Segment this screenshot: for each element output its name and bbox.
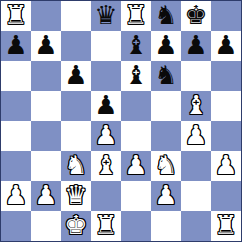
square-a2[interactable]: ♟ bbox=[1, 181, 31, 211]
square-b8[interactable] bbox=[31, 1, 61, 31]
white-rook-piece[interactable]: ♜ bbox=[4, 2, 27, 28]
square-a5[interactable] bbox=[1, 91, 31, 121]
square-b7[interactable]: ♟ bbox=[31, 31, 61, 61]
white-pawn-piece[interactable]: ♟ bbox=[94, 122, 117, 148]
white-bishop-piece[interactable]: ♝ bbox=[184, 92, 207, 118]
square-f5[interactable] bbox=[151, 91, 181, 121]
square-h8[interactable] bbox=[211, 1, 241, 31]
square-g7[interactable]: ♟ bbox=[181, 31, 211, 61]
square-g1[interactable] bbox=[181, 211, 211, 241]
white-pawn-piece[interactable]: ♟ bbox=[34, 182, 57, 208]
square-d6[interactable] bbox=[91, 61, 121, 91]
square-d3[interactable]: ♝ bbox=[91, 151, 121, 181]
square-d8[interactable]: ♛ bbox=[91, 1, 121, 31]
white-bishop-piece[interactable]: ♝ bbox=[94, 152, 117, 178]
square-c1[interactable]: ♚ bbox=[61, 211, 91, 241]
square-a1[interactable] bbox=[1, 211, 31, 241]
chess-board: ♜♛♜♞♚♟♟♝♟♟♟♟♝♞♟♝♟♟♞♝♟♞♟♟♟♛♟♚♜♜ bbox=[0, 0, 242, 242]
black-bishop-piece[interactable]: ♝ bbox=[124, 32, 147, 58]
square-c6[interactable]: ♟ bbox=[61, 61, 91, 91]
square-a8[interactable]: ♜ bbox=[1, 1, 31, 31]
square-c4[interactable] bbox=[61, 121, 91, 151]
square-b5[interactable] bbox=[31, 91, 61, 121]
black-pawn-piece[interactable]: ♟ bbox=[34, 32, 57, 58]
square-f1[interactable] bbox=[151, 211, 181, 241]
black-knight-piece[interactable]: ♞ bbox=[154, 62, 177, 88]
square-g2[interactable] bbox=[181, 181, 211, 211]
square-f7[interactable]: ♟ bbox=[151, 31, 181, 61]
white-pawn-piece[interactable]: ♟ bbox=[214, 152, 237, 178]
black-pawn-piece[interactable]: ♟ bbox=[184, 32, 207, 58]
square-g4[interactable]: ♟ bbox=[181, 121, 211, 151]
square-d5[interactable]: ♟ bbox=[91, 91, 121, 121]
square-g8[interactable]: ♚ bbox=[181, 1, 211, 31]
square-d1[interactable]: ♜ bbox=[91, 211, 121, 241]
square-e3[interactable]: ♟ bbox=[121, 151, 151, 181]
square-g5[interactable]: ♝ bbox=[181, 91, 211, 121]
square-d4[interactable]: ♟ bbox=[91, 121, 121, 151]
black-knight-piece[interactable]: ♞ bbox=[154, 2, 177, 28]
square-b1[interactable] bbox=[31, 211, 61, 241]
square-c7[interactable] bbox=[61, 31, 91, 61]
white-pawn-piece[interactable]: ♟ bbox=[184, 122, 207, 148]
black-queen-piece[interactable]: ♛ bbox=[94, 2, 117, 28]
black-pawn-piece[interactable]: ♟ bbox=[214, 32, 237, 58]
square-e7[interactable]: ♝ bbox=[121, 31, 151, 61]
white-pawn-piece[interactable]: ♟ bbox=[4, 182, 27, 208]
white-knight-piece[interactable]: ♞ bbox=[154, 152, 177, 178]
square-h7[interactable]: ♟ bbox=[211, 31, 241, 61]
square-d2[interactable] bbox=[91, 181, 121, 211]
square-e1[interactable] bbox=[121, 211, 151, 241]
white-rook-piece[interactable]: ♜ bbox=[94, 212, 117, 238]
square-c2[interactable]: ♛ bbox=[61, 181, 91, 211]
square-a6[interactable] bbox=[1, 61, 31, 91]
black-pawn-piece[interactable]: ♟ bbox=[154, 32, 177, 58]
square-b2[interactable]: ♟ bbox=[31, 181, 61, 211]
square-f4[interactable] bbox=[151, 121, 181, 151]
square-f6[interactable]: ♞ bbox=[151, 61, 181, 91]
square-g6[interactable] bbox=[181, 61, 211, 91]
square-g3[interactable] bbox=[181, 151, 211, 181]
square-a3[interactable] bbox=[1, 151, 31, 181]
square-h3[interactable]: ♟ bbox=[211, 151, 241, 181]
square-h6[interactable] bbox=[211, 61, 241, 91]
square-e8[interactable]: ♜ bbox=[121, 1, 151, 31]
square-c3[interactable]: ♞ bbox=[61, 151, 91, 181]
square-h5[interactable] bbox=[211, 91, 241, 121]
square-a7[interactable]: ♟ bbox=[1, 31, 31, 61]
square-b6[interactable] bbox=[31, 61, 61, 91]
square-b3[interactable] bbox=[31, 151, 61, 181]
square-e5[interactable] bbox=[121, 91, 151, 121]
white-queen-piece[interactable]: ♛ bbox=[64, 182, 87, 208]
square-f8[interactable]: ♞ bbox=[151, 1, 181, 31]
square-h1[interactable]: ♜ bbox=[211, 211, 241, 241]
square-d7[interactable] bbox=[91, 31, 121, 61]
square-c5[interactable] bbox=[61, 91, 91, 121]
white-pawn-piece[interactable]: ♟ bbox=[124, 152, 147, 178]
square-c8[interactable] bbox=[61, 1, 91, 31]
white-rook-piece[interactable]: ♜ bbox=[124, 2, 147, 28]
square-b4[interactable] bbox=[31, 121, 61, 151]
black-king-piece[interactable]: ♚ bbox=[184, 2, 207, 28]
white-knight-piece[interactable]: ♞ bbox=[64, 152, 87, 178]
black-pawn-piece[interactable]: ♟ bbox=[94, 92, 117, 118]
white-king-piece[interactable]: ♚ bbox=[64, 212, 87, 238]
white-pawn-piece[interactable]: ♟ bbox=[154, 182, 177, 208]
square-e6[interactable]: ♝ bbox=[121, 61, 151, 91]
square-h2[interactable] bbox=[211, 181, 241, 211]
white-rook-piece[interactable]: ♜ bbox=[214, 212, 237, 238]
black-pawn-piece[interactable]: ♟ bbox=[64, 62, 87, 88]
square-e2[interactable] bbox=[121, 181, 151, 211]
black-pawn-piece[interactable]: ♟ bbox=[4, 32, 27, 58]
square-f2[interactable]: ♟ bbox=[151, 181, 181, 211]
square-e4[interactable] bbox=[121, 121, 151, 151]
square-h4[interactable] bbox=[211, 121, 241, 151]
square-a4[interactable] bbox=[1, 121, 31, 151]
square-f3[interactable]: ♞ bbox=[151, 151, 181, 181]
black-bishop-piece[interactable]: ♝ bbox=[124, 62, 147, 88]
